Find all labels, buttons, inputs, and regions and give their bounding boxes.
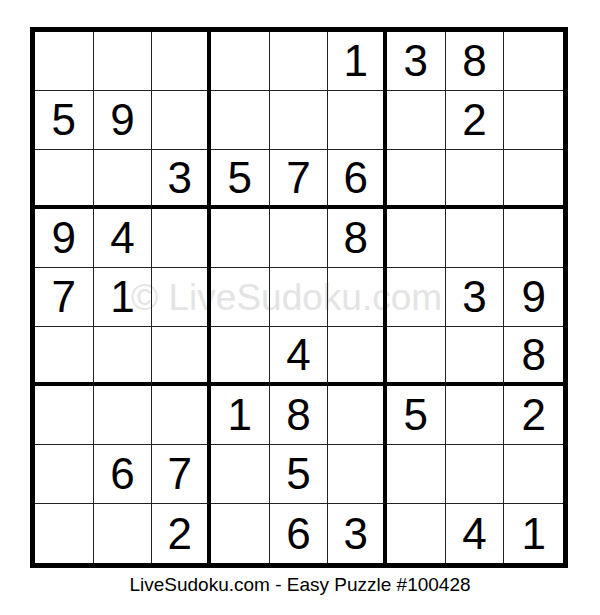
- cell-r4c8[interactable]: [446, 209, 505, 268]
- cell-r1c8[interactable]: 8: [446, 32, 505, 91]
- cell-r7c1[interactable]: [35, 386, 94, 445]
- cell-r5c2[interactable]: 1: [94, 268, 153, 327]
- cell-r3c6[interactable]: 6: [328, 150, 387, 209]
- cell-r2c2[interactable]: 9: [94, 91, 153, 150]
- cell-r3c4[interactable]: 5: [211, 150, 270, 209]
- cell-r4c1[interactable]: 9: [35, 209, 94, 268]
- cell-r7c6[interactable]: [328, 386, 387, 445]
- cell-r7c3[interactable]: [152, 386, 211, 445]
- cell-r1c5[interactable]: [270, 32, 329, 91]
- cell-r7c7[interactable]: 5: [387, 386, 446, 445]
- cell-r1c4[interactable]: [211, 32, 270, 91]
- cell-r9c6[interactable]: 3: [328, 504, 387, 563]
- cell-r1c2[interactable]: [94, 32, 153, 91]
- cell-r3c8[interactable]: [446, 150, 505, 209]
- cell-r6c4[interactable]: [211, 327, 270, 386]
- cell-r8c3[interactable]: 7: [152, 445, 211, 504]
- cell-r9c4[interactable]: [211, 504, 270, 563]
- cell-r9c8[interactable]: 4: [446, 504, 505, 563]
- cell-r7c5[interactable]: 8: [270, 386, 329, 445]
- cell-r3c9[interactable]: [504, 150, 563, 209]
- cell-r8c9[interactable]: [504, 445, 563, 504]
- cell-r7c8[interactable]: [446, 386, 505, 445]
- cell-r6c6[interactable]: [328, 327, 387, 386]
- cell-r9c1[interactable]: [35, 504, 94, 563]
- cell-r5c6[interactable]: [328, 268, 387, 327]
- cell-r1c6[interactable]: 1: [328, 32, 387, 91]
- cell-r5c9[interactable]: 9: [504, 268, 563, 327]
- puzzle-caption: LiveSudoku.com - Easy Puzzle #100428: [0, 574, 600, 596]
- cell-r9c3[interactable]: 2: [152, 504, 211, 563]
- cell-r9c9[interactable]: 1: [504, 504, 563, 563]
- cell-r3c2[interactable]: [94, 150, 153, 209]
- cell-r5c7[interactable]: [387, 268, 446, 327]
- cell-r2c4[interactable]: [211, 91, 270, 150]
- cell-r3c7[interactable]: [387, 150, 446, 209]
- cell-r6c7[interactable]: [387, 327, 446, 386]
- puzzle-page: © LiveSudoku.com 13859235769487139481852…: [0, 0, 600, 615]
- cell-r5c3[interactable]: [152, 268, 211, 327]
- cell-r8c5[interactable]: 5: [270, 445, 329, 504]
- cell-r2c7[interactable]: [387, 91, 446, 150]
- cell-r4c2[interactable]: 4: [94, 209, 153, 268]
- cell-r2c8[interactable]: 2: [446, 91, 505, 150]
- cell-r3c3[interactable]: 3: [152, 150, 211, 209]
- cell-r4c7[interactable]: [387, 209, 446, 268]
- cell-r5c4[interactable]: [211, 268, 270, 327]
- cell-r6c2[interactable]: [94, 327, 153, 386]
- cell-r9c5[interactable]: 6: [270, 504, 329, 563]
- cell-r4c5[interactable]: [270, 209, 329, 268]
- cell-r4c6[interactable]: 8: [328, 209, 387, 268]
- cell-r8c6[interactable]: [328, 445, 387, 504]
- cell-r6c8[interactable]: [446, 327, 505, 386]
- cell-r2c3[interactable]: [152, 91, 211, 150]
- cell-r8c4[interactable]: [211, 445, 270, 504]
- cell-r8c7[interactable]: [387, 445, 446, 504]
- cell-r1c3[interactable]: [152, 32, 211, 91]
- cell-r3c1[interactable]: [35, 150, 94, 209]
- cell-r2c9[interactable]: [504, 91, 563, 150]
- cell-r2c5[interactable]: [270, 91, 329, 150]
- cell-r7c2[interactable]: [94, 386, 153, 445]
- cell-r8c2[interactable]: 6: [94, 445, 153, 504]
- cell-r6c1[interactable]: [35, 327, 94, 386]
- cell-r6c5[interactable]: 4: [270, 327, 329, 386]
- cell-r7c9[interactable]: 2: [504, 386, 563, 445]
- cell-r1c7[interactable]: 3: [387, 32, 446, 91]
- cell-r8c8[interactable]: [446, 445, 505, 504]
- cell-r8c1[interactable]: [35, 445, 94, 504]
- cell-r6c9[interactable]: 8: [504, 327, 563, 386]
- cell-r2c1[interactable]: 5: [35, 91, 94, 150]
- cell-r6c3[interactable]: [152, 327, 211, 386]
- cell-r3c5[interactable]: 7: [270, 150, 329, 209]
- cell-r4c9[interactable]: [504, 209, 563, 268]
- sudoku-board: 1385923576948713948185267526341: [30, 27, 568, 568]
- cell-r2c6[interactable]: [328, 91, 387, 150]
- cell-r4c4[interactable]: [211, 209, 270, 268]
- cell-r5c8[interactable]: 3: [446, 268, 505, 327]
- cell-r9c2[interactable]: [94, 504, 153, 563]
- cell-r4c3[interactable]: [152, 209, 211, 268]
- cell-r5c5[interactable]: [270, 268, 329, 327]
- cell-r1c9[interactable]: [504, 32, 563, 91]
- cell-r1c1[interactable]: [35, 32, 94, 91]
- cell-r7c4[interactable]: 1: [211, 386, 270, 445]
- cell-r5c1[interactable]: 7: [35, 268, 94, 327]
- cell-r9c7[interactable]: [387, 504, 446, 563]
